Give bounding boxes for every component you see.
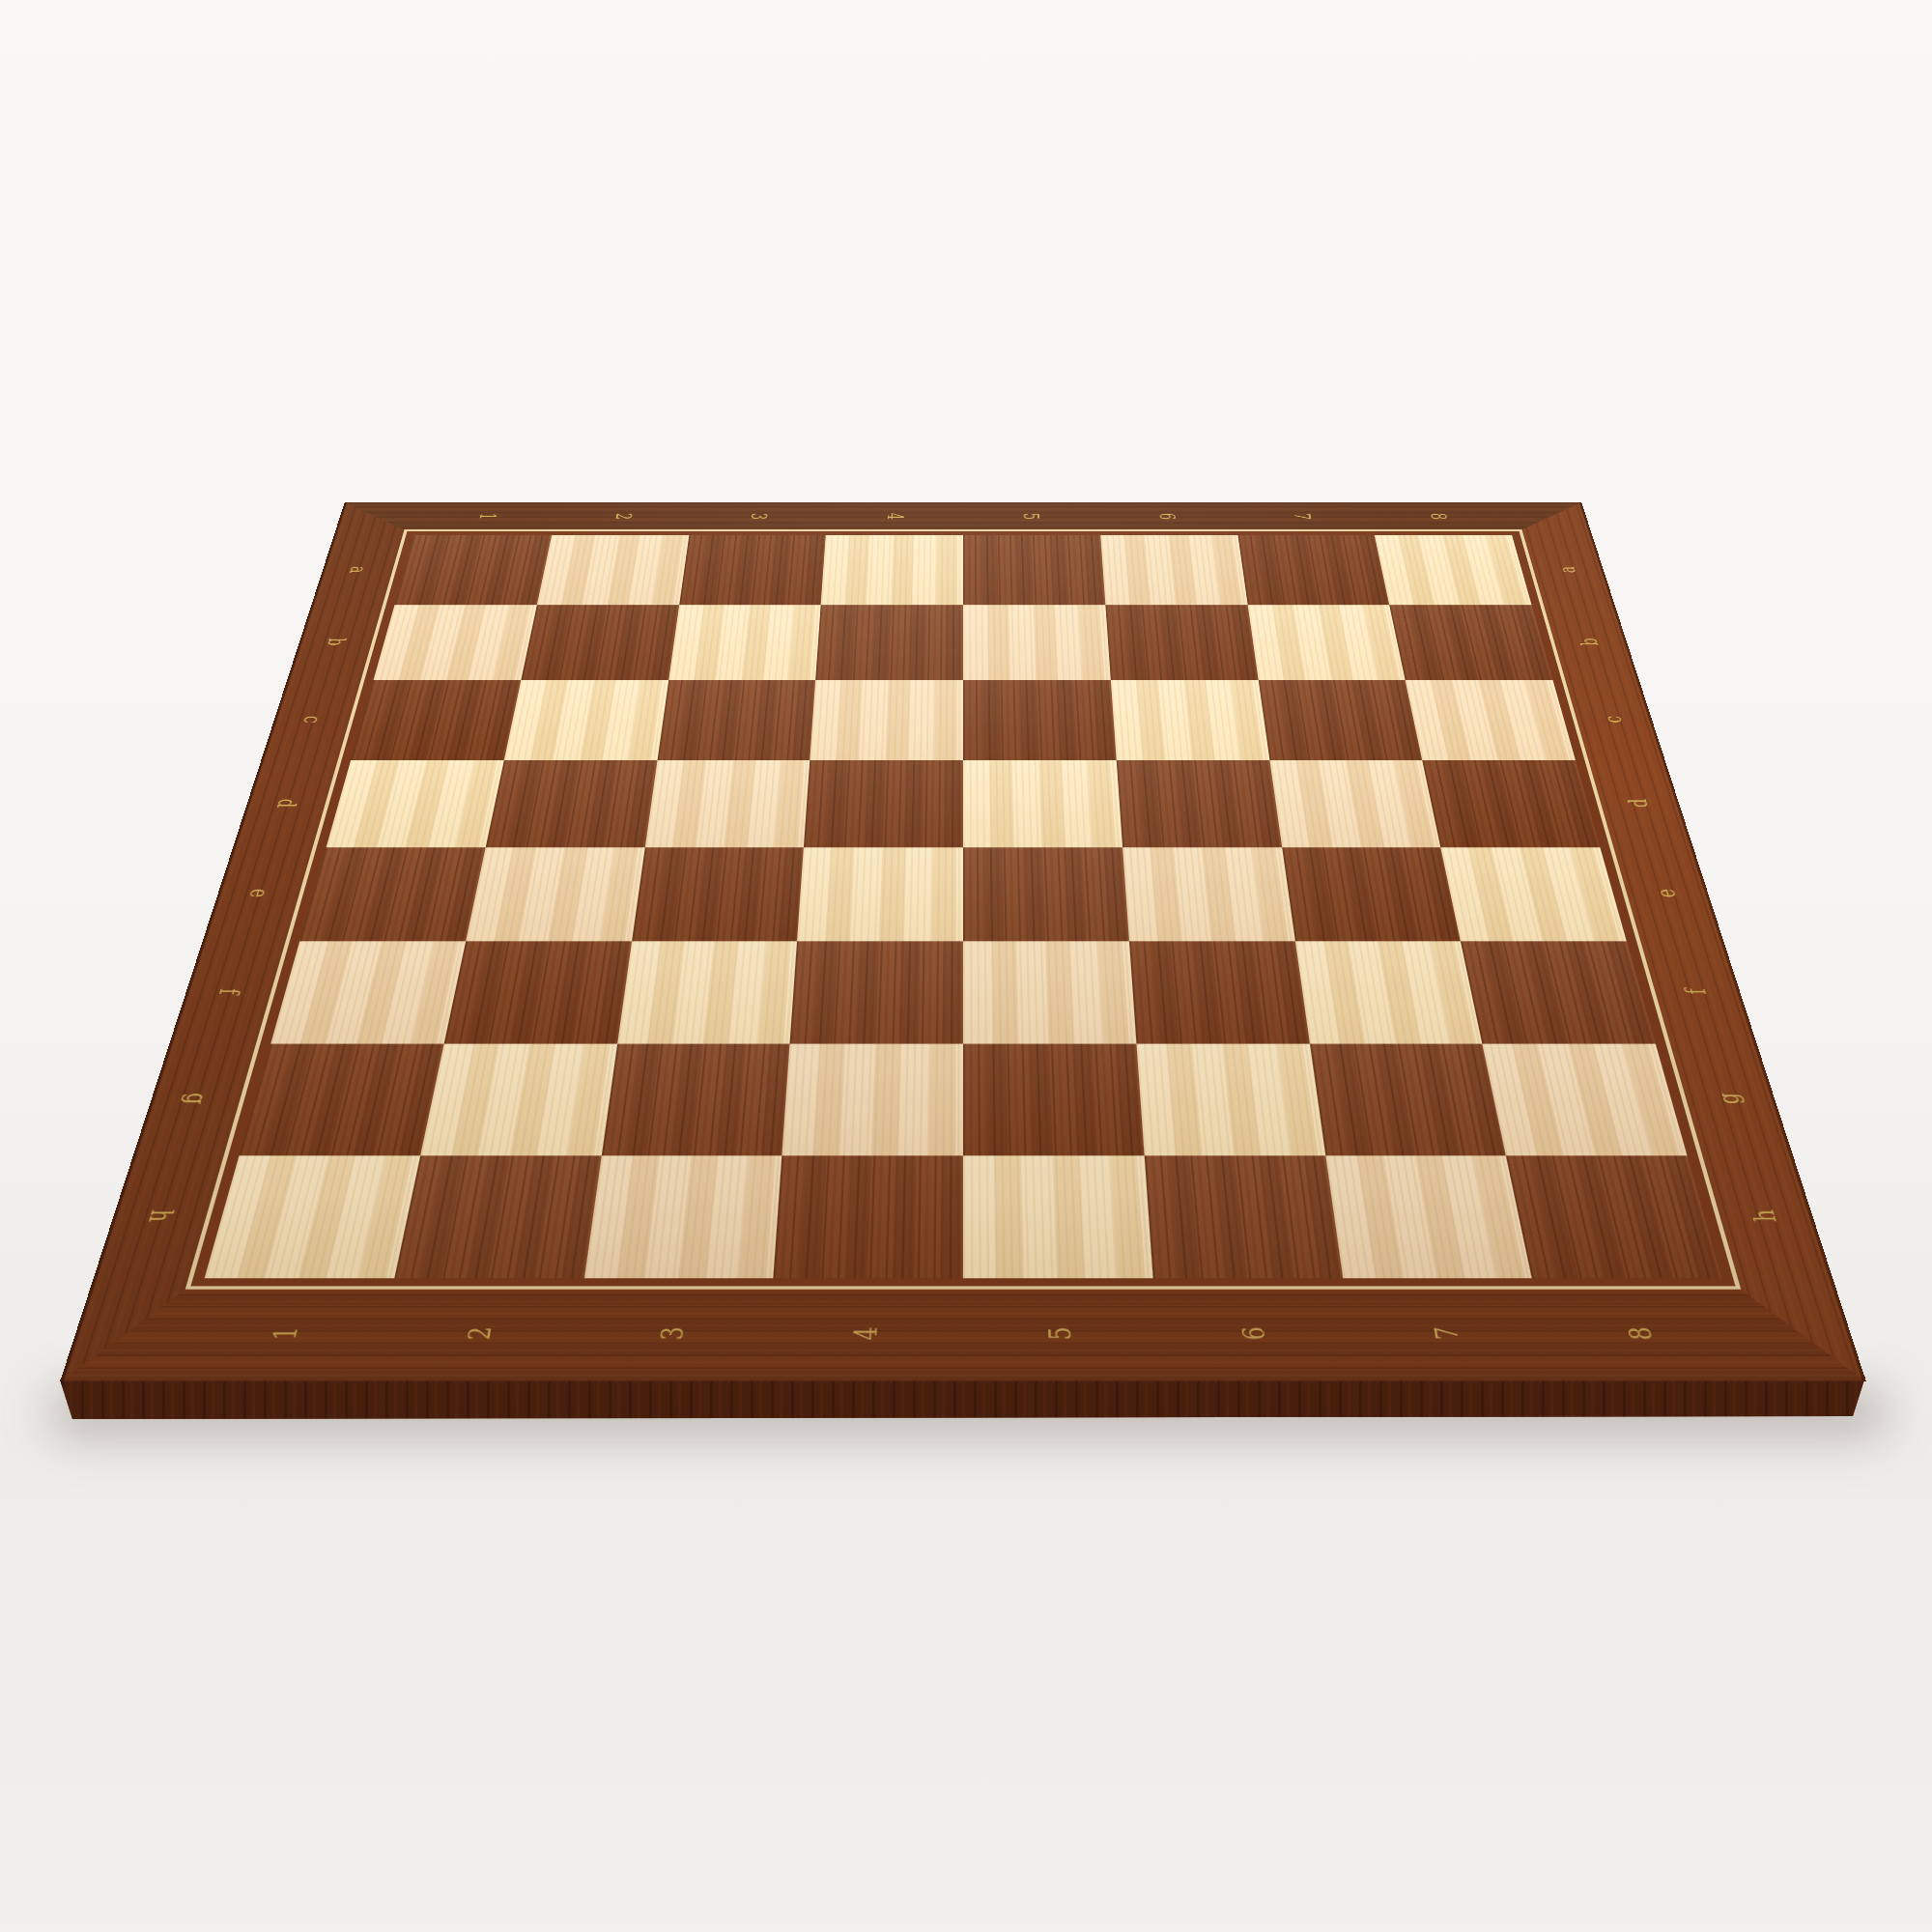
- square-b2: [521, 605, 679, 679]
- file-label-right-h: h: [1742, 1203, 1787, 1228]
- square-f2: [443, 942, 631, 1044]
- file-label-right-c: c: [1595, 711, 1631, 727]
- chess-board: 12345678 12345678 abcdefgh abcdefgh: [60, 502, 1866, 1381]
- square-b4: [815, 605, 963, 679]
- file-label-left-b: b: [319, 634, 354, 649]
- square-g3: [601, 1044, 790, 1156]
- square-e2: [466, 847, 645, 942]
- square-h3: [583, 1155, 781, 1278]
- file-label-right-f: f: [1675, 981, 1717, 1003]
- board-top-surface: 12345678 12345678 abcdefgh abcdefgh: [60, 502, 1866, 1381]
- square-h5: [963, 1155, 1152, 1278]
- square-h8: [1506, 1155, 1721, 1278]
- square-d2: [485, 760, 657, 847]
- square-d5: [963, 760, 1122, 847]
- square-h4: [774, 1155, 963, 1278]
- file-label-right-b: b: [1572, 634, 1606, 649]
- square-c2: [504, 680, 668, 760]
- rank-label-bottom-7: 7: [1425, 1320, 1469, 1348]
- square-f5: [963, 942, 1136, 1044]
- file-label-left-f: f: [209, 981, 250, 1003]
- square-a2: [537, 535, 689, 605]
- square-c6: [1111, 680, 1269, 760]
- square-f1: [270, 942, 466, 1044]
- square-h6: [1144, 1155, 1342, 1278]
- square-a5: [963, 535, 1105, 605]
- square-g6: [1136, 1044, 1325, 1156]
- square-b1: [374, 605, 537, 679]
- playing-area: [205, 535, 1722, 1278]
- square-f8: [1461, 942, 1656, 1044]
- square-c7: [1258, 680, 1422, 760]
- square-b6: [1105, 605, 1258, 679]
- square-c8: [1406, 680, 1576, 760]
- square-a4: [821, 535, 963, 605]
- square-d3: [644, 760, 810, 847]
- rank-label-top-3: 3: [745, 509, 774, 523]
- rank-label-top-5: 5: [1017, 509, 1045, 523]
- rank-label-top-4: 4: [881, 509, 909, 523]
- square-f7: [1294, 942, 1482, 1044]
- square-c1: [351, 680, 521, 760]
- rank-label-bottom-2: 2: [457, 1320, 501, 1348]
- file-label-left-c: c: [295, 711, 330, 727]
- square-a6: [1100, 535, 1247, 605]
- file-label-right-d: d: [1620, 794, 1658, 812]
- square-e7: [1282, 847, 1462, 942]
- square-e6: [1122, 847, 1295, 942]
- square-f6: [1129, 942, 1310, 1044]
- square-b8: [1389, 605, 1552, 679]
- square-g7: [1309, 1044, 1506, 1156]
- square-g4: [782, 1044, 963, 1156]
- rank-label-top-6: 6: [1152, 509, 1181, 523]
- square-a8: [1375, 535, 1531, 605]
- square-h2: [394, 1155, 601, 1278]
- square-b3: [668, 605, 821, 679]
- square-e3: [632, 847, 805, 942]
- rank-label-bottom-6: 6: [1233, 1320, 1275, 1348]
- square-b5: [963, 605, 1111, 679]
- square-g2: [420, 1044, 617, 1156]
- square-e1: [299, 847, 485, 942]
- square-e5: [963, 847, 1129, 942]
- file-label-left-g: g: [175, 1087, 218, 1110]
- square-g8: [1483, 1044, 1688, 1156]
- file-label-right-a: a: [1550, 562, 1583, 577]
- rank-label-top-7: 7: [1288, 509, 1318, 523]
- square-d7: [1269, 760, 1441, 847]
- square-c4: [810, 680, 963, 760]
- square-e8: [1441, 847, 1627, 942]
- file-label-left-e: e: [240, 884, 279, 903]
- square-d8: [1422, 760, 1600, 847]
- square-h7: [1325, 1155, 1532, 1278]
- square-g5: [963, 1044, 1144, 1156]
- square-d4: [804, 760, 963, 847]
- square-a7: [1237, 535, 1389, 605]
- square-d6: [1116, 760, 1281, 847]
- square-g1: [239, 1044, 443, 1156]
- rank-label-bottom-8: 8: [1617, 1320, 1663, 1348]
- rank-label-bottom-4: 4: [846, 1320, 887, 1348]
- square-f3: [617, 942, 798, 1044]
- square-c5: [963, 680, 1116, 760]
- square-f4: [790, 942, 963, 1044]
- rank-label-top-8: 8: [1423, 509, 1454, 523]
- rank-label-bottom-3: 3: [651, 1320, 694, 1348]
- rank-label-bottom-1: 1: [262, 1320, 308, 1348]
- file-label-right-e: e: [1646, 884, 1686, 903]
- file-label-right-g: g: [1707, 1087, 1750, 1110]
- square-h1: [205, 1155, 420, 1278]
- file-label-left-h: h: [138, 1203, 184, 1228]
- square-d1: [327, 760, 504, 847]
- rank-label-top-1: 1: [471, 509, 502, 523]
- square-a1: [394, 535, 551, 605]
- board-photo: 12345678 12345678 abcdefgh abcdefgh: [0, 0, 1932, 1932]
- square-b7: [1247, 605, 1406, 679]
- file-label-left-d: d: [268, 794, 305, 812]
- square-e4: [797, 847, 963, 942]
- rank-label-top-2: 2: [609, 509, 639, 523]
- square-a3: [679, 535, 826, 605]
- square-c3: [657, 680, 815, 760]
- rank-label-bottom-5: 5: [1039, 1320, 1080, 1348]
- file-label-left-a: a: [342, 562, 375, 577]
